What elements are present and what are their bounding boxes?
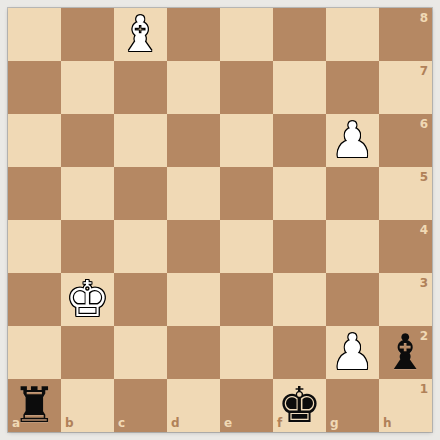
square-h6[interactable]: 6 [379, 114, 432, 167]
square-c7[interactable] [114, 61, 167, 114]
square-e5[interactable] [220, 167, 273, 220]
piece-black-bishop[interactable]: ♝ [379, 326, 432, 379]
square-g4[interactable] [326, 220, 379, 273]
square-c8[interactable]: ♝ [114, 8, 167, 61]
square-b2[interactable] [61, 326, 114, 379]
square-c3[interactable] [114, 273, 167, 326]
coord-rank-1: 1 [420, 383, 428, 395]
square-d2[interactable] [167, 326, 220, 379]
square-c4[interactable] [114, 220, 167, 273]
square-c6[interactable] [114, 114, 167, 167]
coord-file-b: b [65, 417, 74, 429]
square-d4[interactable] [167, 220, 220, 273]
square-a3[interactable] [8, 273, 61, 326]
square-f4[interactable] [273, 220, 326, 273]
piece-white-bishop[interactable]: ♝ [114, 8, 167, 61]
square-h5[interactable]: 5 [379, 167, 432, 220]
square-b3[interactable]: ♚ [61, 273, 114, 326]
square-f5[interactable] [273, 167, 326, 220]
square-d6[interactable] [167, 114, 220, 167]
square-a5[interactable] [8, 167, 61, 220]
square-b7[interactable] [61, 61, 114, 114]
square-h8[interactable]: 8 [379, 8, 432, 61]
square-g3[interactable] [326, 273, 379, 326]
square-e4[interactable] [220, 220, 273, 273]
square-h1[interactable]: 1h [379, 379, 432, 432]
square-e8[interactable] [220, 8, 273, 61]
square-e6[interactable] [220, 114, 273, 167]
square-g6[interactable]: ♟ [326, 114, 379, 167]
square-f3[interactable] [273, 273, 326, 326]
square-f2[interactable] [273, 326, 326, 379]
square-d8[interactable] [167, 8, 220, 61]
square-g1[interactable]: g [326, 379, 379, 432]
square-c2[interactable] [114, 326, 167, 379]
coord-rank-3: 3 [420, 277, 428, 289]
square-d1[interactable]: d [167, 379, 220, 432]
coord-file-c: c [118, 417, 125, 429]
square-b6[interactable] [61, 114, 114, 167]
square-d3[interactable] [167, 273, 220, 326]
square-g8[interactable] [326, 8, 379, 61]
square-h2[interactable]: ♝2 [379, 326, 432, 379]
coord-file-d: d [171, 417, 180, 429]
square-e1[interactable]: e [220, 379, 273, 432]
square-g2[interactable]: ♟ [326, 326, 379, 379]
square-a2[interactable] [8, 326, 61, 379]
coord-file-h: h [383, 417, 392, 429]
chess-board: ♝87♟654♚3♟♝2♜abcde♚fg1h [8, 8, 432, 432]
square-f8[interactable] [273, 8, 326, 61]
square-h7[interactable]: 7 [379, 61, 432, 114]
square-a4[interactable] [8, 220, 61, 273]
square-g5[interactable] [326, 167, 379, 220]
square-e7[interactable] [220, 61, 273, 114]
piece-black-rook[interactable]: ♜ [8, 379, 61, 432]
coord-rank-8: 8 [420, 12, 428, 24]
square-a8[interactable] [8, 8, 61, 61]
piece-white-pawn[interactable]: ♟ [326, 114, 379, 167]
coord-rank-4: 4 [420, 224, 428, 236]
coord-file-e: e [224, 417, 232, 429]
coord-rank-6: 6 [420, 118, 428, 130]
square-e2[interactable] [220, 326, 273, 379]
square-f1[interactable]: ♚f [273, 379, 326, 432]
square-f7[interactable] [273, 61, 326, 114]
square-b5[interactable] [61, 167, 114, 220]
square-a6[interactable] [8, 114, 61, 167]
square-b8[interactable] [61, 8, 114, 61]
square-d5[interactable] [167, 167, 220, 220]
page-background: ♝87♟654♚3♟♝2♜abcde♚fg1h [0, 0, 440, 440]
square-b4[interactable] [61, 220, 114, 273]
piece-black-king[interactable]: ♚ [273, 379, 326, 432]
square-e3[interactable] [220, 273, 273, 326]
square-f6[interactable] [273, 114, 326, 167]
coord-file-g: g [330, 417, 339, 429]
square-c5[interactable] [114, 167, 167, 220]
square-h3[interactable]: 3 [379, 273, 432, 326]
square-a1[interactable]: ♜a [8, 379, 61, 432]
square-a7[interactable] [8, 61, 61, 114]
square-d7[interactable] [167, 61, 220, 114]
piece-white-pawn[interactable]: ♟ [326, 326, 379, 379]
coord-rank-5: 5 [420, 171, 428, 183]
coord-rank-7: 7 [420, 65, 428, 77]
square-c1[interactable]: c [114, 379, 167, 432]
piece-white-king[interactable]: ♚ [61, 273, 114, 326]
square-b1[interactable]: b [61, 379, 114, 432]
square-h4[interactable]: 4 [379, 220, 432, 273]
square-g7[interactable] [326, 61, 379, 114]
